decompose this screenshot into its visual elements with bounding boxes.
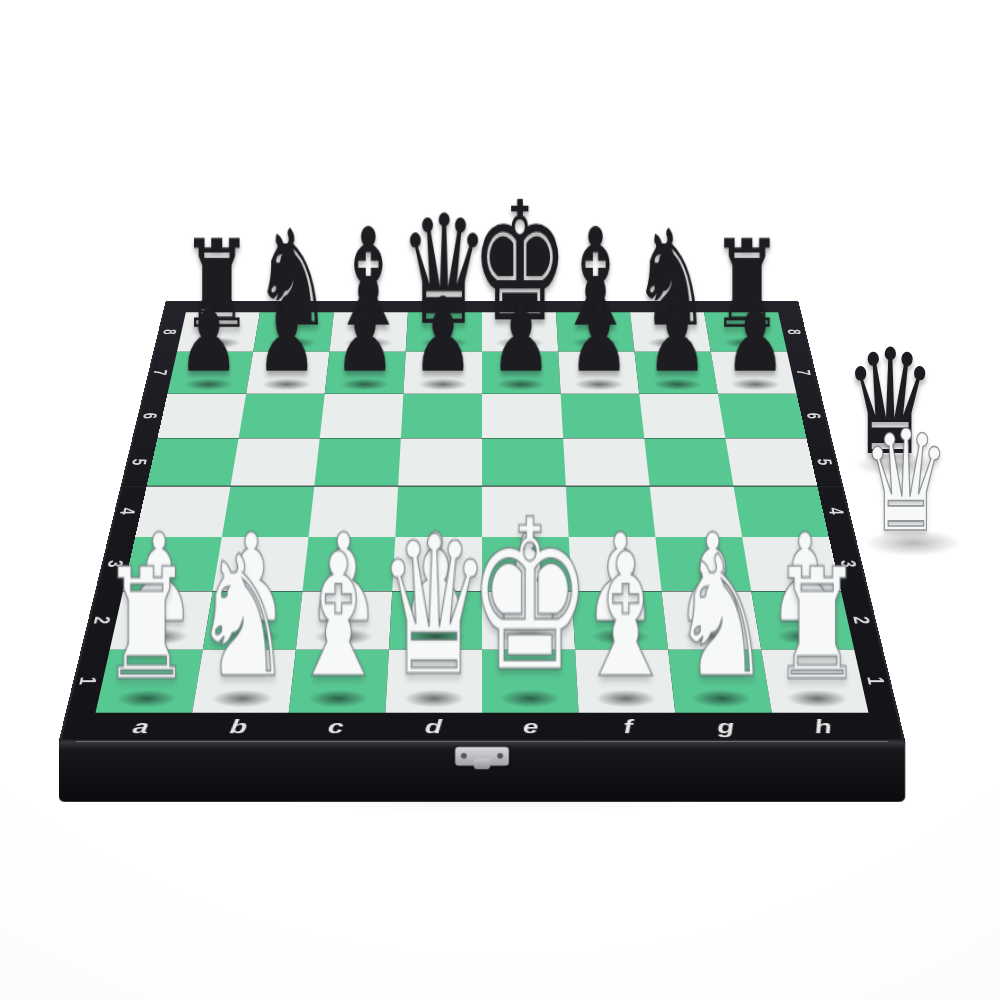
file-label-g: g — [675, 714, 776, 739]
piece-white-bishop[interactable]: ♝ — [287, 535, 389, 697]
square-c1[interactable]: ♝ — [289, 650, 389, 713]
square-d6[interactable] — [401, 394, 482, 439]
square-f1[interactable]: ♝ — [575, 650, 675, 713]
file-label-f: f — [579, 714, 679, 739]
square-e7[interactable]: ♟ — [482, 352, 561, 394]
square-g1[interactable]: ♞ — [668, 650, 772, 713]
square-c5[interactable] — [314, 438, 401, 486]
square-e1[interactable]: ♚ — [482, 650, 579, 713]
square-b1[interactable]: ♞ — [192, 650, 296, 713]
piece-white-bishop[interactable]: ♝ — [575, 535, 677, 697]
square-g6[interactable] — [639, 394, 725, 439]
rank-label-right-8: 8 — [755, 326, 833, 338]
file-label-h: h — [772, 714, 874, 739]
piece-black-pawn[interactable]: ♟ — [334, 286, 396, 384]
square-b6[interactable] — [239, 394, 325, 439]
clasp-tab — [474, 759, 490, 770]
square-d7[interactable]: ♟ — [403, 352, 482, 394]
square-c7[interactable]: ♟ — [325, 352, 406, 394]
piece-white-queen[interactable]: ♛ — [377, 515, 491, 697]
rank-label-right-7: 7 — [764, 366, 844, 379]
rank-label-left-7: 7 — [120, 366, 200, 379]
board-grid: ♜♞♝♛♚♝♞♜♟♟♟♟♟♟♟♟♟♟♟♟♟♟♟♟♜♞♝♛♚♝♞♜ — [96, 312, 869, 712]
square-b7[interactable]: ♟ — [246, 352, 329, 394]
square-h1[interactable]: ♜ — [761, 650, 868, 713]
square-e6[interactable] — [482, 394, 563, 439]
square-g7[interactable]: ♟ — [635, 352, 718, 394]
piece-white-knight[interactable]: ♞ — [671, 538, 771, 697]
square-b5[interactable] — [230, 438, 319, 486]
piece-white-queen-spare[interactable]: ♛ — [848, 413, 964, 545]
piece-black-pawn[interactable]: ♟ — [568, 286, 630, 384]
square-c6[interactable] — [320, 394, 404, 439]
clasp-screw-icon — [497, 753, 503, 759]
file-label-b: b — [188, 714, 289, 739]
board-frame: ♜♞♝♛♚♝♞♜♟♟♟♟♟♟♟♟♟♟♟♟♟♟♟♟♜♞♝♛♚♝♞♜ abcdefg… — [59, 301, 906, 742]
piece-black-pawn[interactable]: ♟ — [646, 286, 708, 384]
file-label-e: e — [482, 714, 580, 739]
square-g5[interactable] — [644, 438, 733, 486]
square-a1[interactable]: ♜ — [96, 650, 203, 713]
piece-black-pawn[interactable]: ♟ — [490, 286, 552, 384]
file-label-c: c — [286, 714, 386, 739]
piece-black-pawn[interactable]: ♟ — [256, 286, 318, 384]
photo-scene: ♜♞♝♛♚♝♞♜♟♟♟♟♟♟♟♟♟♟♟♟♟♟♟♟♜♞♝♛♚♝♞♜ abcdefg… — [0, 0, 1000, 1000]
square-f7[interactable]: ♟ — [558, 352, 639, 394]
piece-white-knight[interactable]: ♞ — [193, 538, 293, 697]
clasp-screw-icon — [461, 753, 467, 759]
white-queen-glyph: ♛ — [861, 419, 951, 545]
file-labels: abcdefgh — [89, 714, 874, 739]
piece-white-rook[interactable]: ♜ — [771, 551, 863, 697]
rank-label-left-8: 8 — [131, 326, 209, 338]
chess-board: ♜♞♝♛♚♝♞♜♟♟♟♟♟♟♟♟♟♟♟♟♟♟♟♟♜♞♝♛♚♝♞♜ abcdefg… — [59, 301, 906, 742]
piece-black-pawn[interactable]: ♟ — [412, 286, 474, 384]
file-label-d: d — [384, 714, 482, 739]
square-f6[interactable] — [561, 394, 645, 439]
piece-white-rook[interactable]: ♜ — [101, 551, 193, 697]
square-d1[interactable]: ♛ — [385, 650, 482, 713]
rank-label-left-5: 5 — [96, 455, 182, 470]
box-front-face — [59, 741, 906, 802]
file-label-a: a — [89, 714, 191, 739]
rank-label-left-6: 6 — [108, 409, 191, 423]
